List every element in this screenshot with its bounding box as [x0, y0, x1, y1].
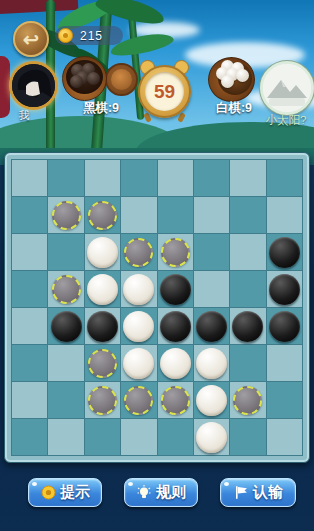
- coin-amount: 215: [80, 29, 103, 43]
- coin-icon: [58, 28, 73, 43]
- player-avatar-black[interactable]: [9, 61, 58, 110]
- cell-g8: [230, 419, 265, 455]
- hint-marker[interactable]: [233, 386, 262, 415]
- black-stone: [70, 75, 83, 88]
- disc-black: [160, 274, 191, 305]
- cell-f1: [194, 160, 229, 196]
- flag-icon: [233, 485, 249, 501]
- resign-button-label: 认输: [253, 483, 283, 502]
- black-stone-bowl: 黑棋:9: [62, 55, 140, 103]
- cell-g4: [230, 271, 265, 307]
- cell-c6[interactable]: [85, 345, 120, 381]
- cell-f6: [194, 345, 229, 381]
- cell-b6: [48, 345, 83, 381]
- player-name-black: 我: [6, 108, 42, 123]
- back-button[interactable]: ↩: [13, 21, 49, 57]
- white-stone-bowl: 白棋:9: [202, 55, 266, 105]
- cell-c8: [85, 419, 120, 455]
- timer-seconds: 59: [154, 81, 175, 103]
- disc-white: [123, 348, 154, 379]
- cell-c2[interactable]: [85, 197, 120, 233]
- cell-b4[interactable]: [48, 271, 83, 307]
- clock-body: 59: [138, 65, 191, 118]
- cell-h3: [267, 234, 302, 270]
- cell-d8: [121, 419, 156, 455]
- cell-a5: [12, 308, 47, 344]
- hint-marker[interactable]: [161, 238, 190, 267]
- cell-g1: [230, 160, 265, 196]
- cell-d5: [121, 308, 156, 344]
- hint-button-label: 提示: [60, 483, 90, 502]
- cell-a3: [12, 234, 47, 270]
- cell-f8: [194, 419, 229, 455]
- cell-g7[interactable]: [230, 382, 265, 418]
- disc-white: [87, 274, 118, 305]
- hint-button[interactable]: 提示: [28, 478, 102, 507]
- disc-black: [51, 311, 82, 342]
- cell-e3[interactable]: [158, 234, 193, 270]
- cell-a6: [12, 345, 47, 381]
- cell-e8: [158, 419, 193, 455]
- cell-c7[interactable]: [85, 382, 120, 418]
- disc-black: [87, 311, 118, 342]
- cell-h5: [267, 308, 302, 344]
- black-count-label: 黑棋:9: [62, 100, 140, 117]
- cell-h8: [267, 419, 302, 455]
- cell-c5: [85, 308, 120, 344]
- cell-d7[interactable]: [121, 382, 156, 418]
- disc-black: [269, 311, 300, 342]
- cell-e5: [158, 308, 193, 344]
- hint-marker[interactable]: [88, 349, 117, 378]
- cell-b2[interactable]: [48, 197, 83, 233]
- cell-g5: [230, 308, 265, 344]
- cell-c1: [85, 160, 120, 196]
- cell-h7: [267, 382, 302, 418]
- disc-white: [196, 385, 227, 416]
- disc-black: [160, 311, 191, 342]
- hint-marker[interactable]: [161, 386, 190, 415]
- coin-balance-pill[interactable]: 215: [55, 26, 123, 45]
- coin-icon: [40, 485, 56, 501]
- disc-white: [87, 237, 118, 268]
- cell-f7: [194, 382, 229, 418]
- bowl-white: [208, 57, 255, 102]
- othello-game-screen: { "game": "othello", "header": { "coins"…: [0, 0, 314, 531]
- hint-marker[interactable]: [88, 386, 117, 415]
- hint-marker[interactable]: [52, 275, 81, 304]
- cell-b3: [48, 234, 83, 270]
- cell-g2: [230, 197, 265, 233]
- cell-a2: [12, 197, 47, 233]
- branch-decoration: [0, 0, 78, 14]
- cell-f5: [194, 308, 229, 344]
- cell-h2: [267, 197, 302, 233]
- rules-button[interactable]: 规则: [124, 478, 198, 507]
- disc-black: [232, 311, 263, 342]
- black-stone: [87, 72, 100, 85]
- cell-e6: [158, 345, 193, 381]
- cell-f4: [194, 271, 229, 307]
- disc-white: [123, 274, 154, 305]
- cell-g6: [230, 345, 265, 381]
- cell-h6: [267, 345, 302, 381]
- cell-f2: [194, 197, 229, 233]
- cell-d1: [121, 160, 156, 196]
- othello-board: [4, 152, 310, 463]
- rules-button-label: 规则: [156, 483, 186, 502]
- hint-marker[interactable]: [124, 238, 153, 267]
- disc-white: [196, 422, 227, 453]
- cell-b1: [48, 160, 83, 196]
- bowl-lid: [105, 63, 138, 96]
- board-grid: [11, 159, 303, 456]
- clock-face: 59: [145, 72, 184, 111]
- disc-white: [196, 348, 227, 379]
- hint-marker[interactable]: [52, 201, 81, 230]
- cell-g3: [230, 234, 265, 270]
- cell-h4: [267, 271, 302, 307]
- cell-b7: [48, 382, 83, 418]
- disc-white: [123, 311, 154, 342]
- bowl-black: [62, 56, 107, 101]
- mountain-placeholder-icon: [263, 64, 311, 112]
- hint-marker[interactable]: [124, 386, 153, 415]
- player-name-white: 小太阳?: [250, 113, 314, 128]
- cell-e4: [158, 271, 193, 307]
- cell-d6: [121, 345, 156, 381]
- cell-b8: [48, 419, 83, 455]
- cell-e2: [158, 197, 193, 233]
- cell-a7: [12, 382, 47, 418]
- resign-button[interactable]: 认输: [220, 478, 296, 507]
- player-avatar-white[interactable]: [260, 61, 314, 115]
- white-stone: [221, 75, 234, 88]
- bulb-icon: [136, 485, 152, 501]
- cell-e1: [158, 160, 193, 196]
- disc-black: [269, 274, 300, 305]
- turn-timer: 59: [136, 62, 193, 119]
- back-arrow-icon: ↩: [23, 28, 39, 51]
- avatar-image: [12, 64, 55, 107]
- white-stone: [236, 69, 249, 82]
- cell-d3[interactable]: [121, 234, 156, 270]
- cell-h1: [267, 160, 302, 196]
- disc-black: [196, 311, 227, 342]
- cell-d2: [121, 197, 156, 233]
- cell-c3: [85, 234, 120, 270]
- cell-a1: [12, 160, 47, 196]
- cell-a8: [12, 419, 47, 455]
- cell-d4: [121, 271, 156, 307]
- cell-a4: [12, 271, 47, 307]
- cell-b5: [48, 308, 83, 344]
- disc-black: [269, 237, 300, 268]
- cell-f3: [194, 234, 229, 270]
- disc-white: [160, 348, 191, 379]
- cell-c4: [85, 271, 120, 307]
- hint-marker[interactable]: [88, 201, 117, 230]
- cell-e7[interactable]: [158, 382, 193, 418]
